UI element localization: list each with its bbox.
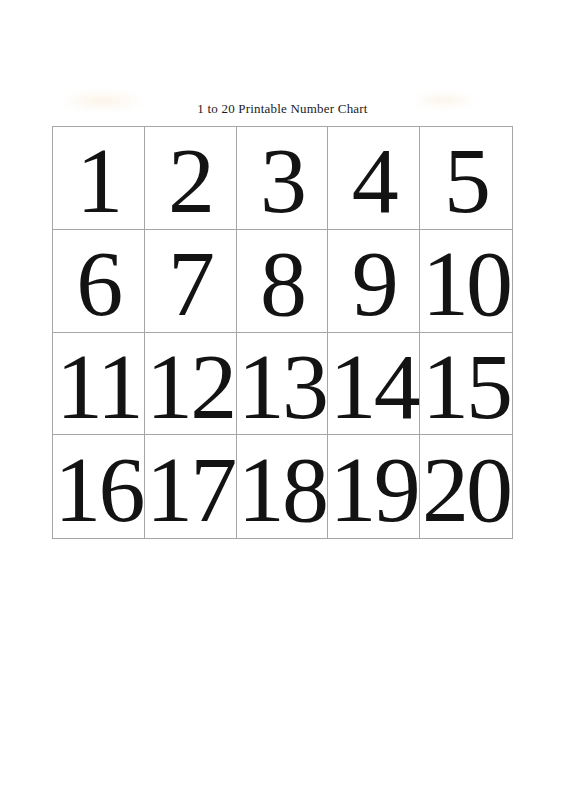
number-cell: 2 — [145, 127, 237, 230]
number-cell: 11 — [53, 333, 145, 436]
number-grid: 1234567891011121314151617181920 — [52, 126, 513, 539]
number-cell: 9 — [328, 230, 420, 333]
number-cell: 14 — [328, 333, 420, 436]
number-cell: 16 — [53, 435, 145, 538]
number-cell: 4 — [328, 127, 420, 230]
number-cell: 12 — [145, 333, 237, 436]
number-cell: 17 — [145, 435, 237, 538]
number-cell: 19 — [328, 435, 420, 538]
number-cell: 13 — [237, 333, 329, 436]
number-cell: 10 — [420, 230, 512, 333]
number-cell: 20 — [420, 435, 512, 538]
number-cell: 3 — [237, 127, 329, 230]
printable-page: 1 to 20 Printable Number Chart 123456789… — [0, 0, 565, 800]
number-cell: 15 — [420, 333, 512, 436]
number-cell: 8 — [237, 230, 329, 333]
number-cell: 6 — [53, 230, 145, 333]
page-title: 1 to 20 Printable Number Chart — [0, 101, 565, 117]
number-cell: 7 — [145, 230, 237, 333]
number-cell: 1 — [53, 127, 145, 230]
number-cell: 5 — [420, 127, 512, 230]
number-cell: 18 — [237, 435, 329, 538]
